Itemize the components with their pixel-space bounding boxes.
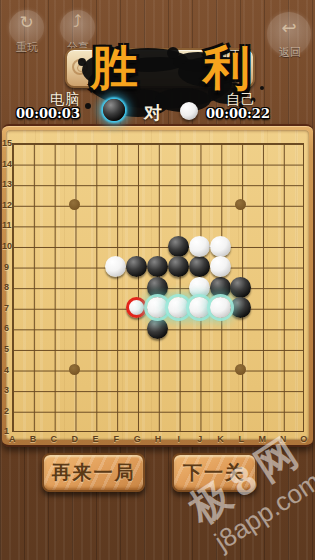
stone-black-H6 [147, 318, 168, 339]
player-left-timer: 00:00:03 [6, 106, 90, 121]
col-label-C: C [48, 434, 59, 444]
row-label-11: 11 [2, 220, 11, 230]
row-label-4: 4 [2, 365, 11, 375]
row-label-5: 5 [2, 344, 11, 354]
row-label-8: 8 [2, 282, 11, 292]
back-icon: ↩ [267, 17, 311, 39]
star-point-D4 [69, 364, 80, 375]
col-label-K: K [215, 434, 226, 444]
stone-black-J9 [189, 256, 210, 277]
col-label-O: O [298, 434, 309, 444]
row-label-7: 7 [2, 303, 11, 313]
stone-black-I9 [168, 256, 189, 277]
col-label-A: A [7, 434, 18, 444]
col-label-N: N [277, 434, 288, 444]
row-label-10: 10 [2, 241, 11, 251]
col-label-L: L [236, 434, 247, 444]
col-label-E: E [90, 434, 101, 444]
stone-black-I10 [168, 236, 189, 257]
star-point-D12 [69, 199, 80, 210]
row-label-2: 2 [2, 406, 11, 416]
col-label-D: D [69, 434, 80, 444]
next-level-label: 下一关 [183, 460, 246, 486]
row-label-14: 14 [2, 159, 11, 169]
board[interactable]: 151413121110987654321ABCDEFGHIJKLMNO [2, 124, 313, 447]
row-label-13: 13 [2, 179, 11, 189]
stone-white-I7 [168, 297, 189, 318]
player-right-timer: 00:00:22 [196, 106, 280, 121]
victory-title: 胜 利 [0, 40, 315, 96]
share-icon: ⤴ [60, 12, 95, 32]
play-again-button[interactable]: 再来一局 [42, 453, 145, 492]
stone-black-H8 [147, 277, 168, 298]
stone-white-K7 [210, 297, 231, 318]
stone-white-J7 [189, 297, 210, 318]
row-label-6: 6 [2, 323, 11, 333]
row-label-15: 15 [2, 138, 11, 148]
stone-white-J10 [189, 236, 210, 257]
col-label-J: J [194, 434, 205, 444]
vs-label: 对 [144, 101, 162, 125]
col-label-F: F [111, 434, 122, 444]
col-label-H: H [153, 434, 164, 444]
stone-white-K10 [210, 236, 231, 257]
col-label-M: M [257, 434, 268, 444]
stone-white-J8 [189, 277, 210, 298]
replay-icon: ↻ [9, 12, 44, 33]
play-again-label: 再来一局 [52, 460, 136, 486]
player-left-stone-indicator [103, 99, 125, 121]
stone-black-L8 [230, 277, 251, 298]
stone-white-K9 [210, 256, 231, 277]
col-label-B: B [28, 434, 39, 444]
next-level-button[interactable]: 下一关 [172, 453, 257, 492]
stone-black-H9 [147, 256, 168, 277]
row-label-3: 3 [2, 385, 11, 395]
col-label-I: I [173, 434, 184, 444]
row-label-12: 12 [2, 200, 11, 210]
row-label-9: 9 [2, 262, 11, 272]
stone-black-K8 [210, 277, 231, 298]
col-label-G: G [132, 434, 143, 444]
